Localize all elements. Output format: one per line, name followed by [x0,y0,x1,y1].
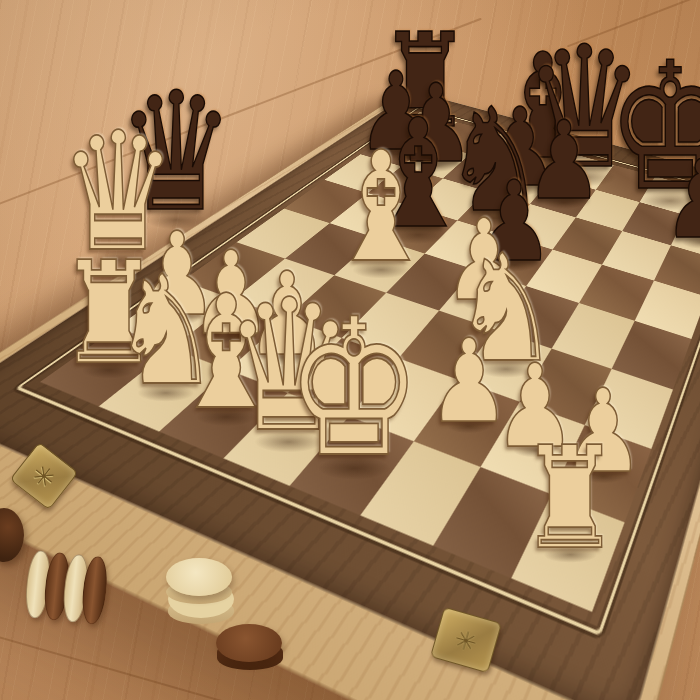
piece-white-king-e1[interactable]: ♚ [286,294,422,484]
clasp-star-icon: ✳ [451,623,481,658]
checker-face [166,558,232,596]
checkers-light-stack[interactable] [166,558,236,632]
checkers-edge-stack[interactable] [22,547,122,634]
checker-dark-single[interactable] [216,624,282,684]
clasp-star-icon: ✳ [26,457,62,494]
table-surface: ♜♞♝♛♚♜♟♟♟♟♟♟♞♝♟♜♝♛♚♟♟♟♟♟♞♝♟♛♛ ✳ ✳ [0,0,700,700]
piece-black-pawn-h7[interactable]: ♟ [663,147,700,255]
piece-white-rook-h1[interactable]: ♜ [520,427,621,568]
checker-face [216,624,282,662]
